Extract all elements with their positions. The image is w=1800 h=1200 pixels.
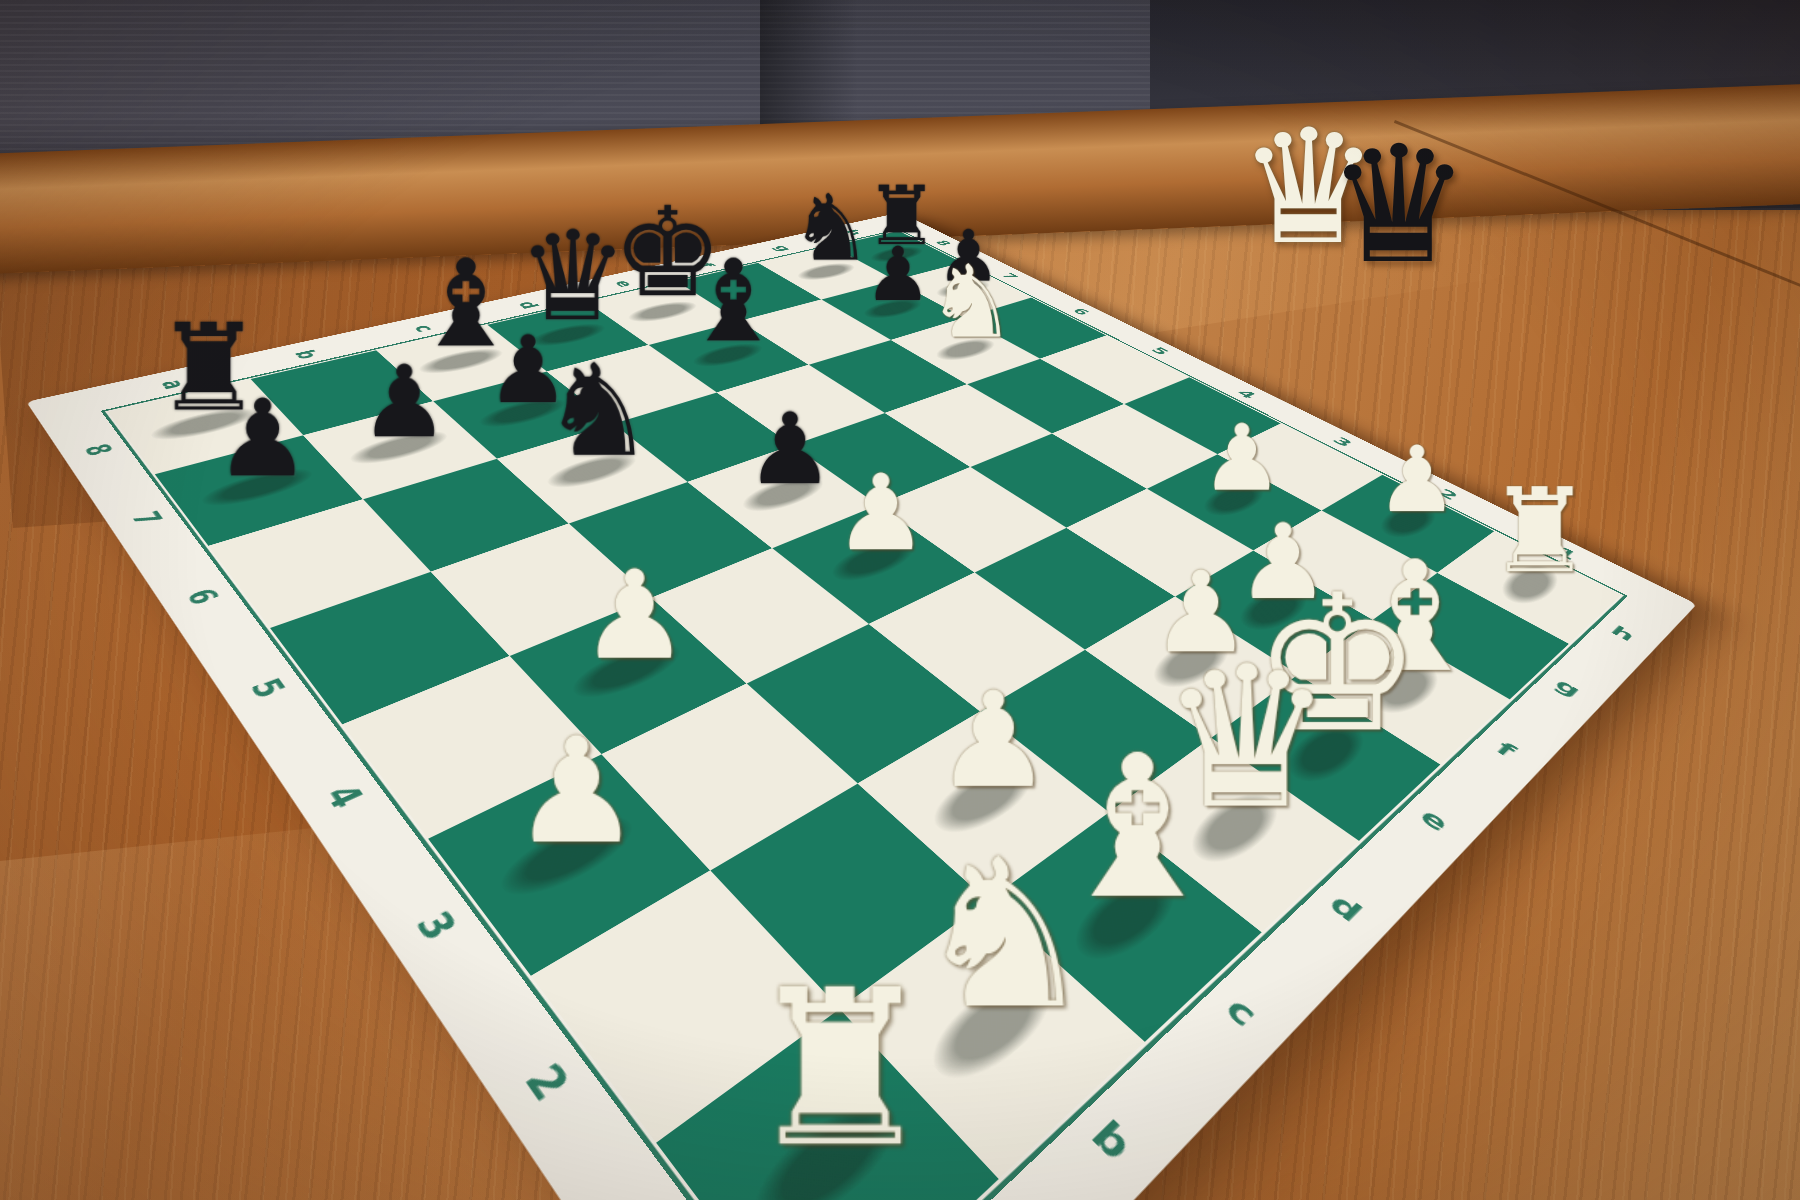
coord-file-d: d bbox=[1323, 888, 1369, 928]
coord-rank-4: 4 bbox=[316, 779, 372, 815]
coord-file-g: g bbox=[1550, 675, 1585, 700]
black-bishop-e7[interactable]: ♝ bbox=[683, 245, 785, 358]
white-pawn-h2[interactable]: ♟ bbox=[1376, 434, 1458, 525]
coord-rank-5: 5 bbox=[241, 674, 293, 704]
coord-rank-8: 8 bbox=[76, 441, 119, 459]
white-pawn-g3[interactable]: ♟ bbox=[1201, 412, 1283, 504]
white-pawn-c2[interactable]: ♟ bbox=[934, 674, 1052, 806]
white-rook-a1[interactable]: ♜ bbox=[744, 960, 937, 1175]
white-knight-g6[interactable]: ♞ bbox=[926, 252, 1016, 353]
coord-file-c: c bbox=[1217, 990, 1265, 1034]
coord-rank-6: 6 bbox=[178, 585, 227, 610]
white-pawn-b4[interactable]: ♟ bbox=[580, 554, 690, 677]
white-rook-h1[interactable]: ♜ bbox=[1487, 472, 1592, 589]
white-pawn-a3[interactable]: ♟ bbox=[512, 718, 643, 864]
black-pawn-b7[interactable]: ♟ bbox=[360, 352, 449, 452]
coord-rank-5: 5 bbox=[1147, 346, 1173, 357]
black-knight-c6[interactable]: ♞ bbox=[541, 348, 655, 475]
coord-rank-7: 7 bbox=[123, 508, 169, 529]
coord-file-b: b bbox=[288, 348, 324, 361]
coord-file-h: h bbox=[1607, 622, 1639, 644]
coord-file-b: b bbox=[1082, 1111, 1141, 1169]
black-pawn-a7[interactable]: ♟ bbox=[215, 385, 311, 492]
black-pawn-d5[interactable]: ♟ bbox=[745, 400, 833, 499]
white-pawn-d4[interactable]: ♟ bbox=[834, 460, 928, 565]
black-pawn-g7[interactable]: ♟ bbox=[865, 237, 932, 312]
coord-file-f: f bbox=[1491, 737, 1520, 761]
coord-rank-4: 4 bbox=[1233, 388, 1259, 400]
coord-rank-6: 6 bbox=[1069, 307, 1094, 317]
white-knight-b1[interactable]: ♞ bbox=[913, 832, 1097, 1037]
coord-rank-2: 2 bbox=[514, 1055, 580, 1111]
coord-rank-3: 3 bbox=[1328, 435, 1355, 449]
spare-black-queen[interactable]: ♛ bbox=[1326, 124, 1471, 286]
black-knight-g8[interactable]: ♞ bbox=[790, 183, 872, 275]
coord-rank-3: 3 bbox=[405, 904, 466, 949]
coord-file-e: e bbox=[1413, 804, 1453, 837]
